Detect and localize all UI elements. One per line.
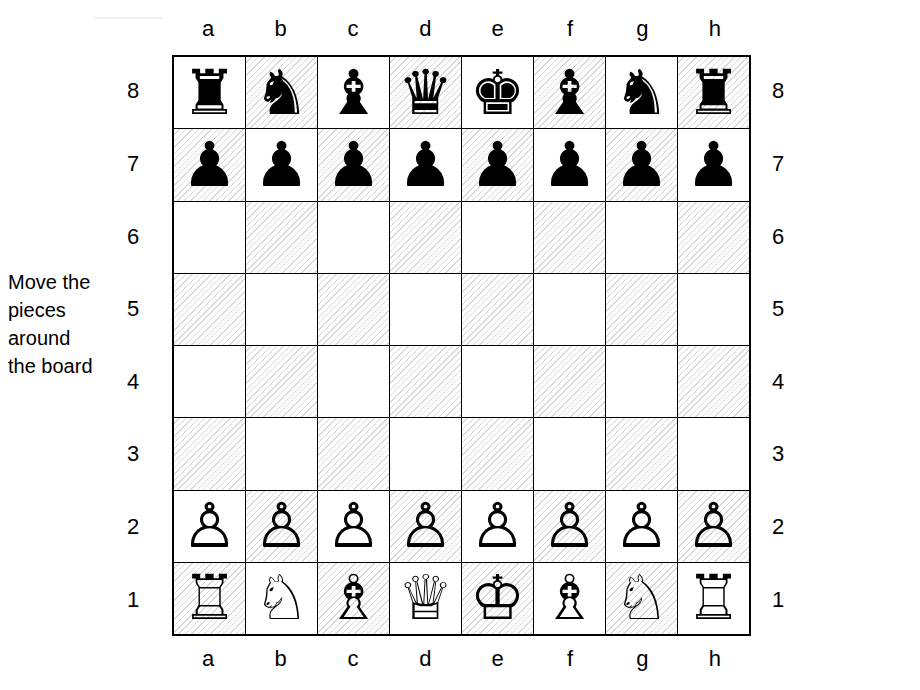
square-b1[interactable]: ♘︎: [246, 563, 317, 634]
piece-black-pawn[interactable]: ♟︎: [470, 134, 526, 196]
square-d5[interactable]: [390, 274, 461, 345]
file-labels-bottom: abcdefgh: [172, 644, 751, 674]
piece-white-pawn[interactable]: ♙︎: [470, 495, 526, 557]
square-h6[interactable]: [678, 202, 749, 273]
square-a7[interactable]: ♟︎: [174, 129, 245, 200]
square-d8[interactable]: ♛︎: [390, 57, 461, 128]
square-c7[interactable]: ♟︎: [318, 129, 389, 200]
rank-label-6: 6: [758, 200, 798, 273]
piece-white-pawn[interactable]: ♙︎: [542, 495, 598, 557]
square-f6[interactable]: [534, 202, 605, 273]
rank-label-5: 5: [758, 273, 798, 346]
chess-board: ♜︎♞︎♝︎♛︎♚︎♝︎♞︎♜︎♟︎♟︎♟︎♟︎♟︎♟︎♟︎♟︎♙︎♙︎♙︎♙︎…: [172, 55, 751, 636]
square-e6[interactable]: [462, 202, 533, 273]
square-h2[interactable]: ♙︎: [678, 491, 749, 562]
file-label-f: f: [534, 644, 606, 674]
square-d1[interactable]: ♕︎: [390, 563, 461, 634]
square-h4[interactable]: [678, 346, 749, 417]
square-a8[interactable]: ♜︎: [174, 57, 245, 128]
faint-smudge-artifact: [95, 17, 163, 19]
piece-white-bishop[interactable]: ♗︎: [542, 567, 598, 629]
piece-black-pawn[interactable]: ♟︎: [182, 134, 238, 196]
file-label-h: h: [679, 14, 751, 44]
piece-white-rook[interactable]: ♖︎: [686, 567, 742, 629]
square-f7[interactable]: ♟︎: [534, 129, 605, 200]
rank-label-1: 1: [113, 563, 153, 636]
square-g2[interactable]: ♙︎: [606, 491, 677, 562]
square-b8[interactable]: ♞︎: [246, 57, 317, 128]
square-h8[interactable]: ♜︎: [678, 57, 749, 128]
square-e5[interactable]: [462, 274, 533, 345]
square-d2[interactable]: ♙︎: [390, 491, 461, 562]
rank-label-1: 1: [758, 563, 798, 636]
piece-white-knight[interactable]: ♘︎: [614, 567, 670, 629]
file-label-b: b: [244, 644, 316, 674]
piece-black-pawn[interactable]: ♟︎: [254, 134, 310, 196]
piece-black-knight[interactable]: ♞︎: [254, 62, 310, 124]
rank-label-3: 3: [113, 418, 153, 491]
square-b6[interactable]: [246, 202, 317, 273]
piece-white-knight[interactable]: ♘︎: [254, 567, 310, 629]
piece-black-queen[interactable]: ♛︎: [398, 62, 454, 124]
file-labels-top: abcdefgh: [172, 14, 751, 44]
square-d6[interactable]: [390, 202, 461, 273]
rank-label-2: 2: [113, 491, 153, 564]
square-e4[interactable]: [462, 346, 533, 417]
piece-white-pawn[interactable]: ♙︎: [398, 495, 454, 557]
piece-black-king[interactable]: ♚︎: [470, 62, 526, 124]
square-e7[interactable]: ♟︎: [462, 129, 533, 200]
square-f2[interactable]: ♙︎: [534, 491, 605, 562]
rank-label-7: 7: [758, 128, 798, 201]
rank-label-8: 8: [758, 55, 798, 128]
square-c4[interactable]: [318, 346, 389, 417]
piece-white-pawn[interactable]: ♙︎: [686, 495, 742, 557]
piece-white-pawn[interactable]: ♙︎: [326, 495, 382, 557]
square-g6[interactable]: [606, 202, 677, 273]
square-c2[interactable]: ♙︎: [318, 491, 389, 562]
square-h1[interactable]: ♖︎: [678, 563, 749, 634]
square-e2[interactable]: ♙︎: [462, 491, 533, 562]
square-e8[interactable]: ♚︎: [462, 57, 533, 128]
square-c1[interactable]: ♗︎: [318, 563, 389, 634]
square-c8[interactable]: ♝︎: [318, 57, 389, 128]
piece-black-pawn[interactable]: ♟︎: [686, 134, 742, 196]
file-label-c: c: [317, 644, 389, 674]
square-c6[interactable]: [318, 202, 389, 273]
file-label-e: e: [462, 644, 534, 674]
file-label-d: d: [389, 14, 461, 44]
square-f4[interactable]: [534, 346, 605, 417]
square-a1[interactable]: ♖︎: [174, 563, 245, 634]
rank-label-4: 4: [113, 346, 153, 419]
square-d3[interactable]: [390, 418, 461, 489]
square-a4[interactable]: [174, 346, 245, 417]
rank-labels-left: 87654321: [113, 55, 153, 636]
square-g1[interactable]: ♘︎: [606, 563, 677, 634]
page: Move the pieces around the board abcdefg…: [0, 0, 920, 690]
piece-white-king[interactable]: ♔︎: [470, 567, 526, 629]
rank-label-3: 3: [758, 418, 798, 491]
square-b5[interactable]: [246, 274, 317, 345]
square-d7[interactable]: ♟︎: [390, 129, 461, 200]
piece-white-pawn[interactable]: ♙︎: [614, 495, 670, 557]
file-label-c: c: [317, 14, 389, 44]
piece-black-rook[interactable]: ♜︎: [686, 62, 742, 124]
square-g7[interactable]: ♟︎: [606, 129, 677, 200]
square-h7[interactable]: ♟︎: [678, 129, 749, 200]
square-c5[interactable]: [318, 274, 389, 345]
file-label-h: h: [679, 644, 751, 674]
file-label-d: d: [389, 644, 461, 674]
piece-black-bishop[interactable]: ♝︎: [542, 62, 598, 124]
piece-black-pawn[interactable]: ♟︎: [614, 134, 670, 196]
rank-labels-right: 87654321: [758, 55, 798, 636]
square-b3[interactable]: [246, 418, 317, 489]
square-a3[interactable]: [174, 418, 245, 489]
square-b7[interactable]: ♟︎: [246, 129, 317, 200]
square-h5[interactable]: [678, 274, 749, 345]
piece-white-rook[interactable]: ♖︎: [182, 567, 238, 629]
square-g4[interactable]: [606, 346, 677, 417]
piece-white-queen[interactable]: ♕︎: [398, 567, 454, 629]
file-label-f: f: [534, 14, 606, 44]
file-label-a: a: [172, 644, 244, 674]
file-label-b: b: [244, 14, 316, 44]
square-c3[interactable]: [318, 418, 389, 489]
piece-black-rook[interactable]: ♜︎: [182, 62, 238, 124]
rank-label-7: 7: [113, 128, 153, 201]
square-f5[interactable]: [534, 274, 605, 345]
square-g8[interactable]: ♞︎: [606, 57, 677, 128]
piece-black-pawn[interactable]: ♟︎: [398, 134, 454, 196]
file-label-e: e: [462, 14, 534, 44]
square-b2[interactable]: ♙︎: [246, 491, 317, 562]
piece-white-bishop[interactable]: ♗︎: [326, 567, 382, 629]
square-f3[interactable]: [534, 418, 605, 489]
square-d4[interactable]: [390, 346, 461, 417]
square-a2[interactable]: ♙︎: [174, 491, 245, 562]
piece-white-pawn[interactable]: ♙︎: [182, 495, 238, 557]
square-b4[interactable]: [246, 346, 317, 417]
piece-black-pawn[interactable]: ♟︎: [326, 134, 382, 196]
rank-label-5: 5: [113, 273, 153, 346]
piece-white-pawn[interactable]: ♙︎: [254, 495, 310, 557]
file-label-a: a: [172, 14, 244, 44]
square-e3[interactable]: [462, 418, 533, 489]
rank-label-4: 4: [758, 346, 798, 419]
square-g5[interactable]: [606, 274, 677, 345]
file-label-g: g: [606, 14, 678, 44]
square-f8[interactable]: ♝︎: [534, 57, 605, 128]
piece-black-pawn[interactable]: ♟︎: [542, 134, 598, 196]
square-e1[interactable]: ♔︎: [462, 563, 533, 634]
square-a6[interactable]: [174, 202, 245, 273]
square-g3[interactable]: [606, 418, 677, 489]
square-h3[interactable]: [678, 418, 749, 489]
rank-label-2: 2: [758, 491, 798, 564]
file-label-g: g: [606, 644, 678, 674]
piece-black-bishop[interactable]: ♝︎: [326, 62, 382, 124]
rank-label-6: 6: [113, 200, 153, 273]
square-a5[interactable]: [174, 274, 245, 345]
square-f1[interactable]: ♗︎: [534, 563, 605, 634]
piece-black-knight[interactable]: ♞︎: [614, 62, 670, 124]
rank-label-8: 8: [113, 55, 153, 128]
